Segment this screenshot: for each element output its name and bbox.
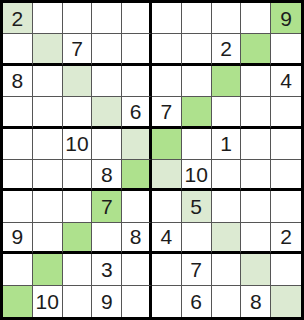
sudoku-board: 297284671018107598423710968 — [0, 0, 304, 320]
cell-r8c9[interactable] — [241, 223, 271, 254]
cell-r2c4[interactable] — [92, 34, 122, 65]
given-digit: 7 — [190, 259, 202, 280]
given-digit: 8 — [130, 226, 142, 247]
cell-r6c9[interactable] — [241, 160, 271, 191]
cell-r2c9[interactable] — [241, 34, 271, 65]
cell-r7c1[interactable] — [3, 191, 33, 222]
cell-r4c3[interactable] — [63, 97, 93, 128]
given-digit: 2 — [280, 226, 292, 247]
cell-r5c10[interactable] — [271, 129, 301, 160]
cell-r9c8[interactable] — [212, 254, 242, 285]
given-digit: 7 — [161, 101, 173, 122]
given-digit: 3 — [101, 259, 113, 280]
given-digit: 7 — [101, 196, 113, 217]
cell-r2c6[interactable] — [152, 34, 182, 65]
cell-r9c4[interactable]: 3 — [92, 254, 122, 285]
cell-r2c1[interactable] — [3, 34, 33, 65]
cell-r2c2[interactable] — [33, 34, 63, 65]
cell-r4c4[interactable] — [92, 97, 122, 128]
cell-r3c7[interactable] — [182, 66, 212, 97]
cell-r1c5[interactable] — [122, 3, 152, 34]
cell-r9c5[interactable] — [122, 254, 152, 285]
cell-r6c2[interactable] — [33, 160, 63, 191]
cell-r10c5[interactable] — [122, 286, 152, 317]
cell-r10c4[interactable]: 9 — [92, 286, 122, 317]
cell-r10c10[interactable] — [271, 286, 301, 317]
cell-r10c1[interactable] — [3, 286, 33, 317]
cell-r8c3[interactable] — [63, 223, 93, 254]
cell-r10c2[interactable]: 10 — [33, 286, 63, 317]
cell-r4c9[interactable] — [241, 97, 271, 128]
cell-r4c5[interactable]: 6 — [122, 97, 152, 128]
cell-r9c1[interactable] — [3, 254, 33, 285]
cell-r10c7[interactable]: 6 — [182, 286, 212, 317]
given-digit: 10 — [36, 291, 59, 312]
cell-r7c6[interactable] — [152, 191, 182, 222]
cell-r6c5[interactable] — [122, 160, 152, 191]
cell-r5c6[interactable] — [152, 129, 182, 160]
cell-r4c1[interactable] — [3, 97, 33, 128]
cell-r2c10[interactable] — [271, 34, 301, 65]
cell-r4c8[interactable] — [212, 97, 242, 128]
cell-r7c5[interactable] — [122, 191, 152, 222]
given-digit: 4 — [280, 70, 292, 91]
cell-r6c10[interactable] — [271, 160, 301, 191]
cell-r5c9[interactable] — [241, 129, 271, 160]
cell-r9c7[interactable]: 7 — [182, 254, 212, 285]
given-digit: 8 — [12, 70, 24, 91]
cell-r10c8[interactable] — [212, 286, 242, 317]
cell-r8c10[interactable]: 2 — [271, 223, 301, 254]
given-digit: 10 — [65, 133, 88, 154]
cell-r2c7[interactable] — [182, 34, 212, 65]
cell-r4c10[interactable] — [271, 97, 301, 128]
cell-r8c1[interactable]: 9 — [3, 223, 33, 254]
cell-r1c7[interactable] — [182, 3, 212, 34]
given-digit: 6 — [190, 291, 202, 312]
cell-r8c6[interactable]: 4 — [152, 223, 182, 254]
cell-r5c3[interactable]: 10 — [63, 129, 93, 160]
given-digit: 9 — [280, 8, 292, 29]
cell-r5c1[interactable] — [3, 129, 33, 160]
given-digit: 6 — [130, 101, 142, 122]
cell-r10c3[interactable] — [63, 286, 93, 317]
cell-r4c7[interactable] — [182, 97, 212, 128]
given-digit: 2 — [12, 8, 24, 29]
given-digit: 2 — [220, 38, 232, 59]
cell-r7c10[interactable] — [271, 191, 301, 222]
given-digit: 9 — [12, 226, 24, 247]
cell-r3c5[interactable] — [122, 66, 152, 97]
cell-r4c2[interactable] — [33, 97, 63, 128]
cell-r3c8[interactable] — [212, 66, 242, 97]
cell-r5c5[interactable] — [122, 129, 152, 160]
given-digit: 9 — [101, 291, 113, 312]
cell-r8c2[interactable] — [33, 223, 63, 254]
cell-r4c6[interactable]: 7 — [152, 97, 182, 128]
given-digit: 8 — [101, 164, 113, 185]
cell-r7c8[interactable] — [212, 191, 242, 222]
cell-r1c3[interactable] — [63, 3, 93, 34]
cell-r7c9[interactable] — [241, 191, 271, 222]
given-digit: 4 — [161, 226, 173, 247]
cell-r6c8[interactable] — [212, 160, 242, 191]
cell-r10c6[interactable] — [152, 286, 182, 317]
cell-r7c7[interactable]: 5 — [182, 191, 212, 222]
cell-r1c10[interactable]: 9 — [271, 3, 301, 34]
cell-r6c7[interactable]: 10 — [182, 160, 212, 191]
cell-r8c4[interactable] — [92, 223, 122, 254]
cell-r6c3[interactable] — [63, 160, 93, 191]
given-digit: 5 — [190, 196, 202, 217]
cell-r1c4[interactable] — [92, 3, 122, 34]
cell-r7c2[interactable] — [33, 191, 63, 222]
cell-r6c4[interactable]: 8 — [92, 160, 122, 191]
cell-r9c10[interactable] — [271, 254, 301, 285]
cell-r9c9[interactable] — [241, 254, 271, 285]
cell-r1c8[interactable] — [212, 3, 242, 34]
cell-r9c6[interactable] — [152, 254, 182, 285]
cell-r7c3[interactable] — [63, 191, 93, 222]
cell-r3c10[interactable]: 4 — [271, 66, 301, 97]
cell-r10c9[interactable]: 8 — [241, 286, 271, 317]
cell-r5c7[interactable] — [182, 129, 212, 160]
cell-r6c1[interactable] — [3, 160, 33, 191]
cell-r2c8[interactable]: 2 — [212, 34, 242, 65]
cell-r3c2[interactable] — [33, 66, 63, 97]
cell-r8c8[interactable] — [212, 223, 242, 254]
cell-r9c2[interactable] — [33, 254, 63, 285]
cell-r7c4[interactable]: 7 — [92, 191, 122, 222]
cell-r5c8[interactable]: 1 — [212, 129, 242, 160]
cell-r8c7[interactable] — [182, 223, 212, 254]
given-digit: 7 — [71, 38, 83, 59]
cell-r5c4[interactable] — [92, 129, 122, 160]
cell-r8c5[interactable]: 8 — [122, 223, 152, 254]
cell-r3c3[interactable] — [63, 66, 93, 97]
cell-r9c3[interactable] — [63, 254, 93, 285]
cell-r2c5[interactable] — [122, 34, 152, 65]
given-digit: 1 — [220, 133, 232, 154]
given-digit: 10 — [185, 164, 208, 185]
cell-r1c9[interactable] — [241, 3, 271, 34]
cell-r3c9[interactable] — [241, 66, 271, 97]
cell-r1c1[interactable]: 2 — [3, 3, 33, 34]
cell-r1c2[interactable] — [33, 3, 63, 34]
cell-r3c4[interactable] — [92, 66, 122, 97]
cell-r3c6[interactable] — [152, 66, 182, 97]
given-digit: 8 — [250, 291, 262, 312]
cell-r2c3[interactable]: 7 — [63, 34, 93, 65]
cell-r3c1[interactable]: 8 — [3, 66, 33, 97]
cell-r5c2[interactable] — [33, 129, 63, 160]
cell-r6c6[interactable] — [152, 160, 182, 191]
cell-r1c6[interactable] — [152, 3, 182, 34]
